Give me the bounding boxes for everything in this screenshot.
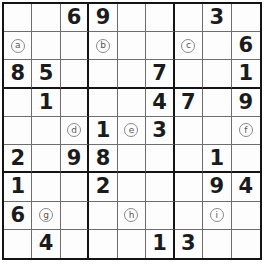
cell-r6c2[interactable] [32, 145, 60, 173]
cell-r1c1[interactable] [4, 4, 32, 32]
cell-r2c7[interactable]: c [175, 32, 203, 60]
given-digit: 9 [210, 176, 225, 197]
cell-r5c6[interactable]: 3 [146, 117, 174, 145]
cell-r7c5[interactable] [118, 173, 146, 201]
cell-r3c9[interactable]: 1 [232, 60, 260, 88]
cell-label-b: b [96, 39, 110, 53]
given-digit: 9 [67, 148, 82, 169]
cell-r2c9[interactable]: 6 [232, 32, 260, 60]
cell-r9c3[interactable] [61, 230, 89, 258]
cell-r2c3[interactable] [61, 32, 89, 60]
cell-r9c6[interactable]: 1 [146, 230, 174, 258]
cell-r5c5[interactable]: e [118, 117, 146, 145]
cell-r7c1[interactable]: 1 [4, 173, 32, 201]
cell-r8c2[interactable]: g [32, 202, 60, 230]
given-digit: 9 [96, 7, 111, 28]
cell-r7c8[interactable]: 9 [203, 173, 231, 201]
cell-r4c2[interactable]: 1 [32, 89, 60, 117]
cell-r5c4[interactable]: 1 [89, 117, 117, 145]
given-digit: 1 [238, 63, 253, 84]
given-digit: 8 [10, 63, 25, 84]
cell-r7c9[interactable]: 4 [232, 173, 260, 201]
cell-r4c5[interactable] [118, 89, 146, 117]
cell-r9c4[interactable] [89, 230, 117, 258]
cell-label-g: g [39, 208, 53, 222]
cell-r1c5[interactable] [118, 4, 146, 32]
cell-r9c9[interactable] [232, 230, 260, 258]
cell-r5c7[interactable] [175, 117, 203, 145]
cell-r3c8[interactable] [203, 60, 231, 88]
given-digit: 9 [238, 92, 253, 113]
given-digit: 6 [238, 35, 253, 56]
cell-r5c3[interactable]: d [61, 117, 89, 145]
cell-label-a: a [11, 39, 25, 53]
cell-r1c6[interactable] [146, 4, 174, 32]
given-digit: 4 [39, 233, 54, 254]
cell-r4c4[interactable] [89, 89, 117, 117]
cell-r7c3[interactable] [61, 173, 89, 201]
cell-r6c6[interactable] [146, 145, 174, 173]
cell-r6c5[interactable] [118, 145, 146, 173]
given-digit: 7 [152, 63, 167, 84]
given-digit: 1 [10, 176, 25, 197]
cell-r8c6[interactable] [146, 202, 174, 230]
cell-r4c8[interactable] [203, 89, 231, 117]
cell-r5c8[interactable] [203, 117, 231, 145]
cell-r8c3[interactable] [61, 202, 89, 230]
cell-r4c3[interactable] [61, 89, 89, 117]
cell-r2c1[interactable]: a [4, 32, 32, 60]
cell-r1c4[interactable]: 9 [89, 4, 117, 32]
cell-r5c2[interactable] [32, 117, 60, 145]
cell-r2c6[interactable] [146, 32, 174, 60]
given-digit: 2 [96, 176, 111, 197]
cell-r3c6[interactable]: 7 [146, 60, 174, 88]
cell-r4c6[interactable]: 4 [146, 89, 174, 117]
cell-r6c4[interactable]: 8 [89, 145, 117, 173]
given-digit: 2 [10, 148, 25, 169]
cell-label-f: f [239, 123, 253, 137]
cell-r4c7[interactable]: 7 [175, 89, 203, 117]
cell-r3c1[interactable]: 8 [4, 60, 32, 88]
cell-label-e: e [124, 123, 138, 137]
cell-r1c3[interactable]: 6 [61, 4, 89, 32]
given-digit: 6 [67, 7, 82, 28]
cell-r1c9[interactable] [232, 4, 260, 32]
cell-r9c5[interactable] [118, 230, 146, 258]
cell-r5c1[interactable] [4, 117, 32, 145]
cell-label-d: d [67, 123, 81, 137]
cell-r3c2[interactable]: 5 [32, 60, 60, 88]
given-digit: 3 [152, 120, 167, 141]
sudoku-board: 693abc685711479d1e3f298112946ghi413 [2, 2, 262, 260]
cell-r7c4[interactable]: 2 [89, 173, 117, 201]
cell-r6c7[interactable] [175, 145, 203, 173]
given-digit: 7 [181, 92, 196, 113]
given-digit: 3 [210, 7, 225, 28]
given-digit: 1 [152, 233, 167, 254]
cell-r1c8[interactable]: 3 [203, 4, 231, 32]
cell-r6c8[interactable]: 1 [203, 145, 231, 173]
cell-r8c1[interactable]: 6 [4, 202, 32, 230]
given-digit: 1 [39, 92, 54, 113]
cell-r7c6[interactable] [146, 173, 174, 201]
cell-r5c9[interactable]: f [232, 117, 260, 145]
cell-r4c9[interactable]: 9 [232, 89, 260, 117]
cell-r9c8[interactable] [203, 230, 231, 258]
cell-r9c7[interactable]: 3 [175, 230, 203, 258]
cell-r8c7[interactable] [175, 202, 203, 230]
cell-r3c5[interactable] [118, 60, 146, 88]
cell-r1c2[interactable] [32, 4, 60, 32]
cell-label-c: c [181, 39, 195, 53]
cell-label-i: i [210, 208, 224, 222]
cell-label-h: h [124, 208, 138, 222]
cell-r3c7[interactable] [175, 60, 203, 88]
given-digit: 1 [210, 148, 225, 169]
cell-r2c2[interactable] [32, 32, 60, 60]
given-digit: 1 [96, 120, 111, 141]
cell-r8c5[interactable]: h [118, 202, 146, 230]
cell-r8c9[interactable] [232, 202, 260, 230]
given-digit: 4 [152, 92, 167, 113]
given-digit: 8 [96, 148, 111, 169]
cell-r1c7[interactable] [175, 4, 203, 32]
cell-r4c1[interactable] [4, 89, 32, 117]
cell-r2c5[interactable] [118, 32, 146, 60]
cell-r6c3[interactable]: 9 [61, 145, 89, 173]
cell-r7c7[interactable] [175, 173, 203, 201]
cell-r9c2[interactable]: 4 [32, 230, 60, 258]
cell-r6c9[interactable] [232, 145, 260, 173]
cell-r7c2[interactable] [32, 173, 60, 201]
given-digit: 3 [181, 233, 196, 254]
cell-r2c8[interactable] [203, 32, 231, 60]
given-digit: 4 [238, 176, 253, 197]
cell-r2c4[interactable]: b [89, 32, 117, 60]
cell-r3c3[interactable] [61, 60, 89, 88]
cell-r8c8[interactable]: i [203, 202, 231, 230]
cell-r9c1[interactable] [4, 230, 32, 258]
cell-r3c4[interactable] [89, 60, 117, 88]
given-digit: 5 [39, 63, 54, 84]
cell-r6c1[interactable]: 2 [4, 145, 32, 173]
cell-r8c4[interactable] [89, 202, 117, 230]
given-digit: 6 [10, 205, 25, 226]
